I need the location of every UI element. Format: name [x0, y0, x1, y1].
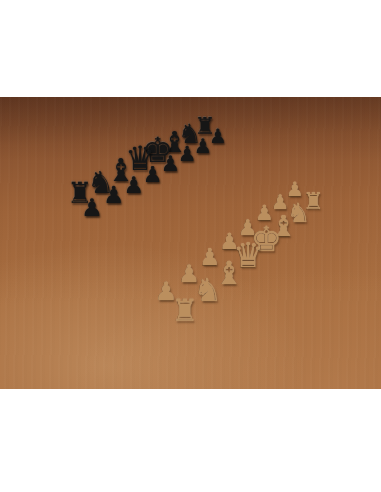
product-photo-canvas: ♜♞♝♛♚♝♞♜♟♟♟♟♟♟♟♟♟♟♟♟♟♟♟♟♜♞♝♛♚♝♞♜: [0, 0, 381, 492]
piece-black-pawn-c7[interactable]: ♟: [123, 173, 143, 196]
piece-black-pawn-e7[interactable]: ♟: [161, 153, 180, 175]
pieces-layer: ♜♞♝♛♚♝♞♜♟♟♟♟♟♟♟♟♟♟♟♟♟♟♟♟♜♞♝♛♚♝♞♜: [0, 97, 381, 389]
piece-black-pawn-b7[interactable]: ♟: [103, 184, 124, 208]
piece-black-pawn-f7[interactable]: ♟: [178, 144, 197, 165]
piece-black-pawn-a7[interactable]: ♟: [81, 196, 103, 220]
table-photo: ♜♞♝♛♚♝♞♜♟♟♟♟♟♟♟♟♟♟♟♟♟♟♟♟♜♞♝♛♚♝♞♜: [0, 97, 381, 389]
piece-black-pawn-d7[interactable]: ♟: [143, 163, 163, 185]
piece-white-rook-a1[interactable]: ♜: [171, 296, 198, 326]
